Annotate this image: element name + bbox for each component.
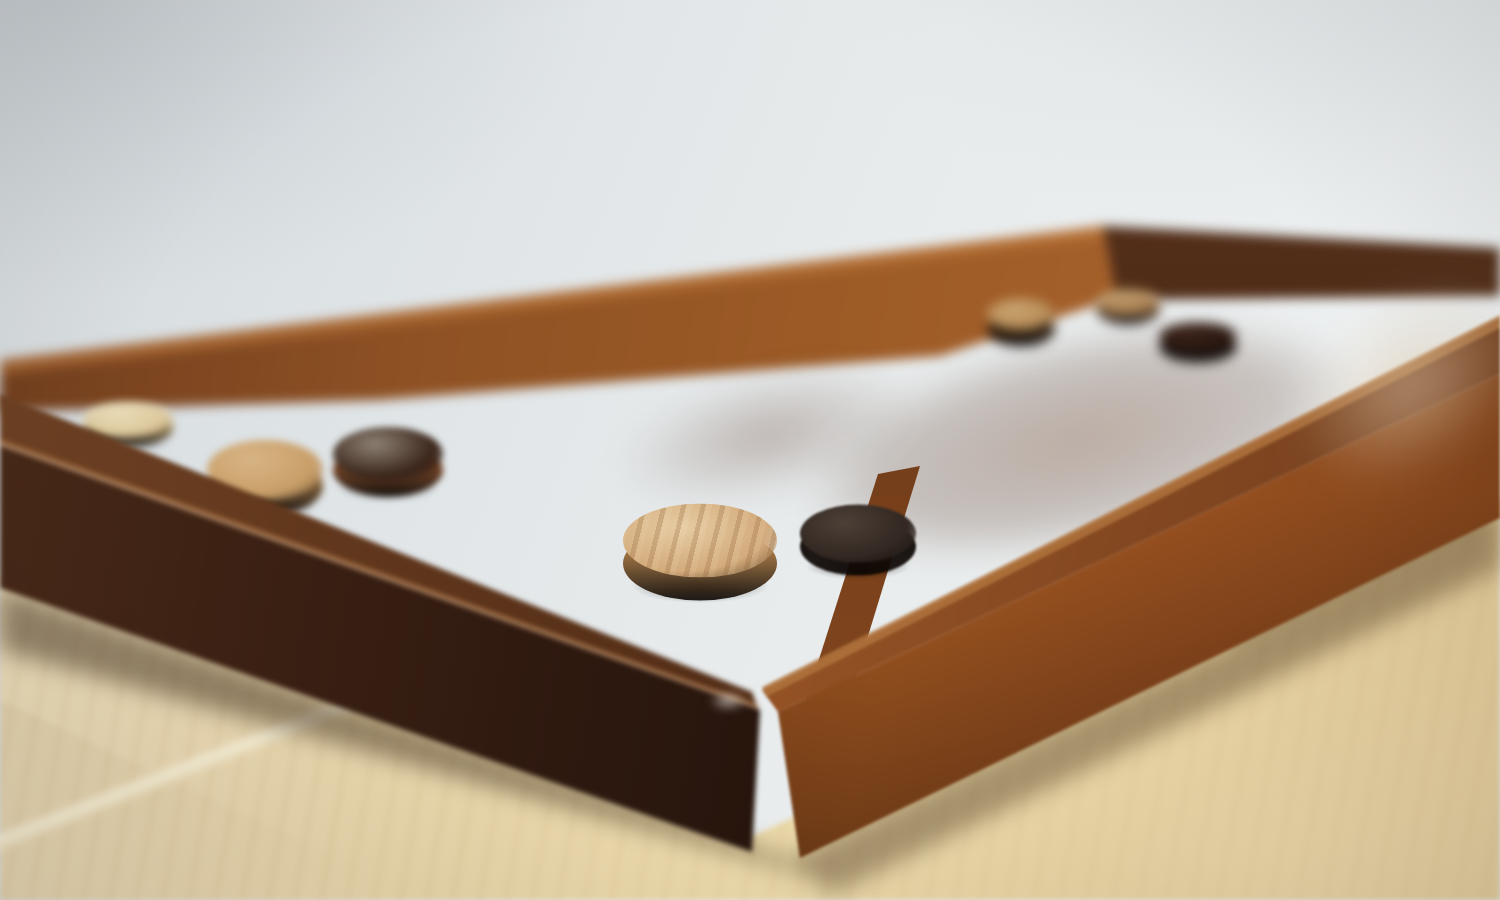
surface-light-reflection bbox=[678, 218, 1482, 662]
disc-side bbox=[333, 443, 443, 497]
wall-background bbox=[0, 0, 1500, 900]
surface-light-reflection-2 bbox=[546, 305, 993, 565]
rail-inner-lit-edge bbox=[0, 0, 1500, 900]
dark-disc bbox=[333, 427, 443, 497]
board-back-rail bbox=[0, 0, 1500, 900]
light-disc bbox=[207, 440, 323, 516]
shadow-on-table-right bbox=[0, 0, 1500, 900]
disc-side bbox=[1159, 334, 1237, 362]
disc-side bbox=[800, 518, 916, 576]
disc-shadow bbox=[793, 551, 923, 583]
table-seam-stripe bbox=[0, 689, 375, 856]
tray-right-rail-group bbox=[0, 0, 1500, 900]
disc-top-face bbox=[207, 440, 323, 500]
disc-top-face bbox=[83, 402, 173, 438]
board-playing-surface bbox=[0, 0, 1500, 900]
tray-left-rail-group bbox=[0, 0, 1500, 900]
light-disc bbox=[1096, 289, 1160, 323]
table-surface bbox=[0, 0, 1500, 900]
dark-disc bbox=[800, 505, 916, 576]
photo-scene bbox=[0, 0, 1500, 900]
disc-side bbox=[623, 527, 777, 601]
front-right-rail-outer-face bbox=[0, 0, 1500, 900]
disc-top-face bbox=[623, 504, 777, 578]
shadow-under-front-right-rail bbox=[0, 0, 1500, 900]
rail-bright-sheen bbox=[1205, 193, 1500, 576]
board-right-back-rail bbox=[0, 0, 1500, 900]
front-right-rail-top-face bbox=[0, 0, 1500, 900]
shadow-under-front-left-rail bbox=[0, 0, 1500, 900]
disc-side bbox=[1096, 297, 1160, 323]
disc-shadow bbox=[1092, 315, 1164, 330]
front-right-rail-crest-highlight bbox=[0, 0, 1500, 900]
disc-top-face bbox=[333, 427, 443, 481]
disc-side bbox=[207, 456, 323, 516]
tray-surface-group bbox=[0, 0, 1500, 900]
disc-top-face bbox=[1096, 289, 1160, 315]
disc-side bbox=[83, 410, 173, 446]
photo-vignette bbox=[0, 0, 1500, 900]
disc-top-face bbox=[800, 505, 916, 563]
pieces-layer-mid bbox=[0, 0, 1500, 900]
light-disc bbox=[623, 504, 777, 601]
disc-shadow bbox=[326, 473, 449, 505]
front-left-rail-outer-face bbox=[0, 0, 1500, 900]
table-shadow-corner bbox=[0, 0, 1500, 900]
dark-disc bbox=[1159, 323, 1237, 362]
disc-shadow bbox=[983, 331, 1059, 352]
tray-back bbox=[0, 0, 1500, 900]
disc-side bbox=[987, 314, 1055, 346]
tray-cast-shadows bbox=[0, 0, 1500, 900]
front-left-rail-top-face bbox=[0, 0, 1500, 900]
table-group bbox=[0, 0, 1500, 900]
pieces-layer-front bbox=[0, 0, 1500, 900]
disc-top-face bbox=[1159, 323, 1237, 351]
front-left-rail-crest-highlight bbox=[0, 0, 1500, 900]
light-disc bbox=[83, 402, 173, 446]
disc-shadow bbox=[614, 564, 786, 608]
light-disc bbox=[987, 299, 1055, 346]
disc-top-face bbox=[987, 299, 1055, 331]
disc-shadow bbox=[1154, 351, 1241, 369]
board-back-rail-highlight bbox=[0, 0, 1500, 900]
front-corner-glint bbox=[702, 688, 754, 714]
disc-shadow bbox=[200, 489, 330, 523]
disc-shadow bbox=[78, 433, 179, 453]
pieces-layer-back bbox=[0, 0, 1500, 900]
